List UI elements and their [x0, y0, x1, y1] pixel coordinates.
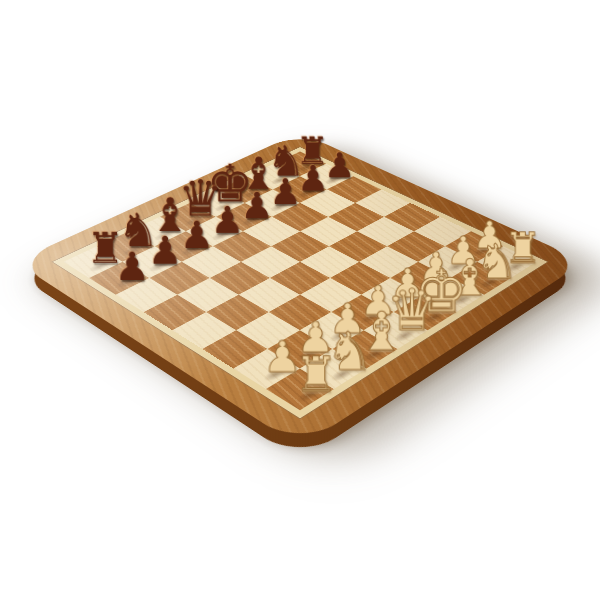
board-grid: ♜♞♝♛♚♝♞♜♟♟♟♟♟♟♟♟♟♟♟♟♟♟♟♟♜♞♝♛♚♝♞♜	[64, 152, 537, 411]
square-d5[interactable]	[241, 246, 300, 278]
scene: ♜♞♝♛♚♝♞♜♟♟♟♟♟♟♟♟♟♟♟♟♟♟♟♟♜♞♝♛♚♝♞♜	[0, 0, 600, 600]
piece-white-rook[interactable]: ♜	[281, 351, 352, 399]
board-border-line: ♜♞♝♛♚♝♞♜♟♟♟♟♟♟♟♟♟♟♟♟♟♟♟♟♜♞♝♛♚♝♞♜	[51, 147, 548, 420]
piece-black-pawn[interactable]: ♟	[101, 247, 164, 286]
board-frame: ♜♞♝♛♚♝♞♜♟♟♟♟♟♟♟♟♟♟♟♟♟♟♟♟♜♞♝♛♚♝♞♜	[15, 132, 585, 447]
chess-board: ♜♞♝♛♚♝♞♜♟♟♟♟♟♟♟♟♟♟♟♟♟♟♟♟♜♞♝♛♚♝♞♜	[15, 132, 585, 447]
